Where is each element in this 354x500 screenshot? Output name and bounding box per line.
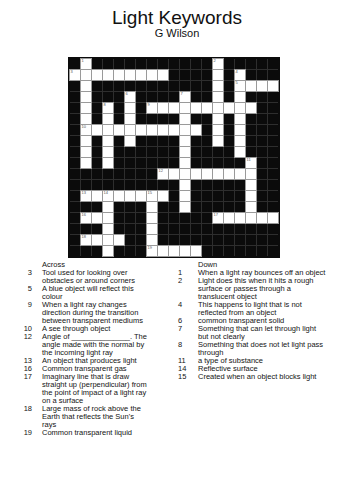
grid-cell[interactable]: [257, 213, 267, 223]
grid-cell[interactable]: [92, 213, 102, 223]
grid-cell[interactable]: 15: [147, 191, 157, 201]
black-cell: [81, 202, 91, 212]
black-cell: [191, 114, 201, 124]
black-cell: [235, 191, 245, 201]
grid-cell[interactable]: [114, 191, 124, 201]
grid-cell[interactable]: [213, 114, 223, 124]
grid-cell[interactable]: [103, 235, 113, 245]
black-cell: [136, 158, 146, 168]
grid-cell[interactable]: [180, 114, 190, 124]
clue-list-number: 15: [178, 373, 198, 381]
grid-cell[interactable]: [81, 92, 91, 102]
black-cell: [114, 246, 124, 256]
black-cell: [169, 235, 179, 245]
grid-cell[interactable]: 14: [103, 191, 113, 201]
grid-cell[interactable]: [81, 114, 91, 124]
grid-cell[interactable]: [246, 169, 256, 179]
grid-cell[interactable]: [92, 235, 102, 245]
grid-cell[interactable]: [114, 70, 124, 80]
grid-cell[interactable]: [213, 81, 223, 91]
clue-text: Large mass of rock above the Earth that …: [42, 405, 150, 429]
black-cell: [114, 213, 124, 223]
grid-cell[interactable]: [92, 125, 102, 135]
black-cell: [92, 136, 102, 146]
black-cell: [114, 147, 124, 157]
grid-cell[interactable]: [136, 125, 146, 135]
black-cell: [147, 180, 157, 190]
grid-cell[interactable]: [81, 81, 91, 91]
black-cell: [235, 158, 245, 168]
black-cell: [147, 136, 157, 146]
black-cell: [213, 191, 223, 201]
grid-cell[interactable]: [235, 114, 245, 124]
black-cell: [191, 202, 201, 212]
clue-number: 1: [82, 59, 84, 64]
black-cell: [169, 81, 179, 91]
clue-list-number: 2: [178, 277, 198, 285]
grid-cell[interactable]: [81, 147, 91, 157]
across-clue-3: 3Tool used for looking over obstacles or…: [20, 269, 152, 285]
grid-cell[interactable]: [103, 213, 113, 223]
grid-cell[interactable]: [136, 191, 146, 201]
black-cell: [103, 180, 113, 190]
grid-cell[interactable]: [213, 136, 223, 146]
grid-cell[interactable]: [246, 213, 256, 223]
black-cell: [180, 70, 190, 80]
grid-cell[interactable]: 9: [147, 103, 157, 113]
grid-cell[interactable]: [213, 125, 223, 135]
black-cell: [246, 246, 256, 256]
black-cell: [114, 180, 124, 190]
grid-cell[interactable]: 13: [81, 191, 91, 201]
grid-cell[interactable]: [81, 158, 91, 168]
black-cell: [158, 59, 168, 69]
grid-cell[interactable]: [235, 103, 245, 113]
black-cell: [202, 114, 212, 124]
black-cell: [224, 158, 234, 168]
black-cell: [268, 70, 278, 80]
grid-cell[interactable]: [180, 158, 190, 168]
grid-cell[interactable]: [268, 81, 278, 91]
black-cell: [224, 202, 234, 212]
black-cell: [224, 224, 234, 234]
grid-cell[interactable]: [180, 147, 190, 157]
grid-cell[interactable]: [125, 114, 135, 124]
black-cell: [70, 191, 80, 201]
black-cell: [169, 147, 179, 157]
black-cell: [224, 114, 234, 124]
grid-cell[interactable]: [213, 103, 223, 113]
grid-cell[interactable]: [158, 191, 168, 201]
black-cell: [268, 125, 278, 135]
black-cell: [92, 92, 102, 102]
black-cell: [147, 59, 157, 69]
grid-cell[interactable]: [103, 246, 113, 256]
grid-cell[interactable]: [268, 213, 278, 223]
black-cell: [257, 59, 267, 69]
grid-cell[interactable]: [158, 246, 168, 256]
grid-cell[interactable]: [246, 191, 256, 201]
black-cell: [246, 92, 256, 102]
down-clue-7: 7Something that can let through light bu…: [178, 325, 328, 341]
black-cell: [224, 180, 234, 190]
grid-cell[interactable]: [169, 125, 179, 135]
black-cell: [158, 224, 168, 234]
page-subtitle: G Wilson: [0, 27, 354, 39]
black-cell: [136, 92, 146, 102]
black-cell: [246, 125, 256, 135]
black-cell: [103, 92, 113, 102]
black-cell: [213, 202, 223, 212]
black-cell: [246, 147, 256, 157]
grid-cell[interactable]: [125, 125, 135, 135]
grid-cell[interactable]: [246, 180, 256, 190]
grid-cell[interactable]: [114, 235, 124, 245]
black-cell: [213, 158, 223, 168]
grid-cell[interactable]: [103, 70, 113, 80]
down-clues: Down 1When a light ray bounces off an ob…: [178, 261, 328, 381]
black-cell: [202, 59, 212, 69]
clue-number: 17: [214, 213, 218, 218]
down-clue-8: 8Something that does not let light pass …: [178, 341, 328, 357]
black-cell: [70, 180, 80, 190]
grid-cell[interactable]: [169, 103, 179, 113]
clue-text: Tool used for looking over obstacles or …: [42, 269, 150, 285]
black-cell: [92, 81, 102, 91]
black-cell: [169, 59, 179, 69]
black-cell: [158, 213, 168, 223]
black-cell: [169, 92, 179, 102]
black-cell: [202, 246, 212, 256]
black-cell: [268, 59, 278, 69]
black-cell: [257, 125, 267, 135]
grid-cell[interactable]: 5: [235, 81, 245, 91]
black-cell: [125, 147, 135, 157]
grid-cell[interactable]: 4: [235, 70, 245, 80]
grid-cell[interactable]: [147, 202, 157, 212]
black-cell: [70, 125, 80, 135]
grid-cell[interactable]: [114, 125, 124, 135]
grid-cell[interactable]: [191, 246, 201, 256]
grid-cell[interactable]: [191, 169, 201, 179]
grid-cell[interactable]: [246, 103, 256, 113]
black-cell: [202, 213, 212, 223]
grid-cell[interactable]: 12: [158, 169, 168, 179]
black-cell: [191, 136, 201, 146]
clue-text: Created when an object blocks light: [198, 373, 326, 381]
black-cell: [136, 114, 146, 124]
grid-cell[interactable]: [180, 103, 190, 113]
clue-list-number: 18: [20, 405, 32, 413]
black-cell: [202, 202, 212, 212]
black-cell: [114, 114, 124, 124]
grid-cell[interactable]: [103, 158, 113, 168]
clue-list-number: 12: [20, 333, 32, 341]
black-cell: [81, 180, 91, 190]
grid-cell[interactable]: [158, 70, 168, 80]
clue-list-number: 4: [178, 301, 198, 309]
grid-cell[interactable]: [180, 180, 190, 190]
black-cell: [202, 180, 212, 190]
black-cell: [125, 235, 135, 245]
black-cell: [224, 246, 234, 256]
clue-number: 6: [126, 92, 128, 97]
clue-number: 4: [236, 70, 238, 75]
clue-list-number: 7: [178, 325, 198, 333]
black-cell: [180, 224, 190, 234]
black-cell: [92, 59, 102, 69]
grid-cell[interactable]: [246, 202, 256, 212]
black-cell: [147, 158, 157, 168]
grid-cell[interactable]: [125, 70, 135, 80]
black-cell: [70, 224, 80, 234]
grid-cell[interactable]: [136, 70, 146, 80]
black-cell: [224, 81, 234, 91]
black-cell: [125, 202, 135, 212]
black-cell: [147, 147, 157, 157]
black-cell: [125, 224, 135, 234]
grid-cell[interactable]: [103, 125, 113, 135]
clue-list-number: 3: [20, 269, 32, 277]
grid-cell[interactable]: [180, 136, 190, 146]
black-cell: [169, 202, 179, 212]
black-cell: [257, 169, 267, 179]
black-cell: [125, 81, 135, 91]
black-cell: [268, 92, 278, 102]
across-clue-9: 9When a light ray changes direction duri…: [20, 301, 152, 325]
black-cell: [268, 202, 278, 212]
clue-number: 10: [82, 125, 86, 130]
grid-cell[interactable]: [147, 224, 157, 234]
grid-cell[interactable]: [180, 191, 190, 201]
clue-list-number: 9: [20, 301, 32, 309]
black-cell: [114, 136, 124, 146]
black-cell: [268, 158, 278, 168]
black-cell: [158, 136, 168, 146]
grid-cell[interactable]: 11: [246, 158, 256, 168]
clue-number: 15: [148, 191, 152, 196]
down-clue-15: 15Created when an object blocks light: [178, 373, 328, 381]
grid-cell[interactable]: [125, 191, 135, 201]
black-cell: [180, 213, 190, 223]
grid-cell[interactable]: 17: [213, 213, 223, 223]
black-cell: [114, 202, 124, 212]
grid-cell[interactable]: [235, 147, 245, 157]
grid-cell[interactable]: 10: [81, 125, 91, 135]
black-cell: [92, 202, 102, 212]
black-cell: [81, 246, 91, 256]
clue-number: 18: [82, 235, 86, 240]
across-clue-18: 18Large mass of rock above the Earth tha…: [20, 405, 152, 429]
black-cell: [169, 158, 179, 168]
black-cell: [125, 158, 135, 168]
black-cell: [103, 59, 113, 69]
black-cell: [169, 180, 179, 190]
grid-cell[interactable]: [224, 169, 234, 179]
down-clue-2: 2Light does this when it hits a rough su…: [178, 277, 328, 301]
grid-cell[interactable]: [180, 202, 190, 212]
grid-cell[interactable]: [235, 169, 245, 179]
black-cell: [147, 92, 157, 102]
grid-cell[interactable]: [158, 103, 168, 113]
grid-cell[interactable]: [125, 103, 135, 113]
grid-cell[interactable]: [257, 81, 267, 91]
clue-number: 11: [247, 158, 251, 163]
clue-number: 12: [159, 169, 163, 174]
black-cell: [257, 180, 267, 190]
grid-cell[interactable]: 18: [81, 235, 91, 245]
grid-cell[interactable]: [191, 125, 201, 135]
black-cell: [114, 59, 124, 69]
grid-cell[interactable]: [147, 213, 157, 223]
grid-cell[interactable]: 1: [81, 59, 91, 69]
black-cell: [70, 92, 80, 102]
black-cell: [92, 158, 102, 168]
black-cell: [70, 235, 80, 245]
black-cell: [125, 169, 135, 179]
black-cell: [257, 246, 267, 256]
black-cell: [224, 92, 234, 102]
black-cell: [125, 180, 135, 190]
grid-cell[interactable]: [147, 235, 157, 245]
black-cell: [246, 70, 256, 80]
black-cell: [202, 224, 212, 234]
grid-cell[interactable]: [103, 114, 113, 124]
clue-number: 13: [82, 191, 86, 196]
black-cell: [191, 81, 201, 91]
grid-cell[interactable]: [202, 103, 212, 113]
grid-cell[interactable]: [147, 125, 157, 135]
grid-cell[interactable]: 6: [125, 92, 135, 102]
grid-cell[interactable]: [103, 224, 113, 234]
black-cell: [147, 169, 157, 179]
black-cell: [169, 114, 179, 124]
grid-cell[interactable]: [81, 70, 91, 80]
grid-cell[interactable]: [103, 147, 113, 157]
black-cell: [158, 202, 168, 212]
grid-cell[interactable]: [103, 136, 113, 146]
across-clues: Across 3Tool used for looking over obsta…: [20, 261, 152, 437]
black-cell: [224, 191, 234, 201]
black-cell: [92, 103, 102, 113]
black-cell: [158, 235, 168, 245]
black-cell: [268, 136, 278, 146]
grid-cell[interactable]: 19: [147, 246, 157, 256]
grid-cell[interactable]: [202, 169, 212, 179]
grid-cell[interactable]: [169, 246, 179, 256]
black-cell: [70, 147, 80, 157]
black-cell: [191, 70, 201, 80]
black-cell: [147, 114, 157, 124]
black-cell: [70, 202, 80, 212]
grid-cell[interactable]: [180, 246, 190, 256]
grid-cell[interactable]: [92, 70, 102, 80]
black-cell: [257, 224, 267, 234]
black-cell: [169, 191, 179, 201]
black-cell: [268, 103, 278, 113]
black-cell: [246, 136, 256, 146]
black-cell: [92, 224, 102, 234]
grid-cell[interactable]: [191, 103, 201, 113]
grid-cell[interactable]: [180, 125, 190, 135]
grid-cell[interactable]: [235, 136, 245, 146]
grid-cell[interactable]: [235, 92, 245, 102]
black-cell: [136, 246, 146, 256]
grid-cell[interactable]: 16: [81, 213, 91, 223]
grid-cell[interactable]: [158, 125, 168, 135]
grid-cell[interactable]: 8: [103, 103, 113, 113]
black-cell: [257, 70, 267, 80]
black-cell: [158, 158, 168, 168]
black-cell: [136, 202, 146, 212]
black-cell: [136, 169, 146, 179]
black-cell: [169, 213, 179, 223]
black-cell: [202, 158, 212, 168]
grid-cell[interactable]: [235, 125, 245, 135]
grid-cell[interactable]: [125, 136, 135, 146]
black-cell: [202, 70, 212, 80]
down-clue-4: 4This happens to light that is not refle…: [178, 301, 328, 317]
grid-cell[interactable]: [213, 70, 223, 80]
grid-cell[interactable]: [246, 81, 256, 91]
black-cell: [70, 103, 80, 113]
black-cell: [202, 125, 212, 135]
grid-cell[interactable]: [224, 103, 234, 113]
grid-cell[interactable]: [213, 169, 223, 179]
black-cell: [257, 136, 267, 146]
clue-number: 3: [71, 70, 73, 75]
black-cell: [224, 136, 234, 146]
crossword-grid: 12345678910111213141516171819: [68, 57, 280, 258]
black-cell: [257, 191, 267, 201]
black-cell: [191, 180, 201, 190]
black-cell: [191, 235, 201, 245]
grid-cell[interactable]: [213, 92, 223, 102]
black-cell: [70, 169, 80, 179]
grid-cell[interactable]: [147, 70, 157, 80]
grid-cell[interactable]: 2: [213, 59, 223, 69]
clue-text: Something that can let through light but…: [198, 325, 326, 341]
clue-list-number: 17: [20, 373, 32, 381]
black-cell: [202, 235, 212, 245]
black-cell: [191, 191, 201, 201]
grid-cell[interactable]: [169, 169, 179, 179]
grid-cell[interactable]: [224, 213, 234, 223]
black-cell: [70, 81, 80, 91]
black-cell: [246, 235, 256, 245]
black-cell: [103, 81, 113, 91]
grid-cell[interactable]: 3: [70, 70, 80, 80]
across-clue-19: 19Common transparent liquid: [20, 429, 152, 437]
grid-cell[interactable]: [81, 136, 91, 146]
clue-text: Light does this when it hits a rough sur…: [198, 277, 326, 301]
black-cell: [136, 180, 146, 190]
black-cell: [180, 235, 190, 245]
grid-cell[interactable]: [235, 213, 245, 223]
grid-cell[interactable]: 7: [180, 92, 190, 102]
black-cell: [136, 213, 146, 223]
black-cell: [81, 169, 91, 179]
clue-list-number: 8: [178, 341, 198, 349]
grid-cell[interactable]: [81, 103, 91, 113]
black-cell: [235, 224, 245, 234]
black-cell: [268, 246, 278, 256]
grid-cell[interactable]: [180, 169, 190, 179]
grid-cell[interactable]: [92, 191, 102, 201]
black-cell: [257, 147, 267, 157]
black-cell: [191, 158, 201, 168]
grid-cell[interactable]: [103, 202, 113, 212]
